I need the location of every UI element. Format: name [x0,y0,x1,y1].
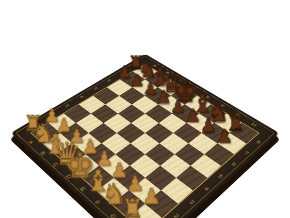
product-photo-stage: ABCDEFGH ABCDEFGH 87654321 87654321 ♜♞♝♛… [0,0,290,218]
black-pawn: ♟ [200,117,216,135]
white-pawn: ♟ [142,186,161,207]
black-pawn: ♟ [185,107,201,125]
playfield: ♜♞♝♛♚♝♞♜♟♟♟♟♟♟♟♟♟♟♟♟♟♟♟♟♜♞♝♛♚♝♞♜ [32,64,258,218]
chess-board: ABCDEFGH ABCDEFGH 87654321 87654321 ♜♞♝♛… [11,54,280,218]
board-scene: ABCDEFGH ABCDEFGH 87654321 87654321 ♜♞♝♛… [0,0,290,218]
white-rook: ♜ [121,197,144,218]
black-pawn: ♟ [216,127,233,146]
black-pawn: ♟ [170,97,186,115]
